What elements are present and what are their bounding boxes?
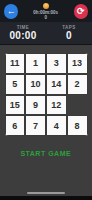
back-button[interactable]: ← [4, 4, 18, 19]
tile-1[interactable]: 1 [25, 53, 46, 74]
tile-8[interactable]: 8 [67, 115, 88, 136]
time-value: 00:00 [9, 30, 36, 41]
best-time: 0h:00m:00s [34, 10, 59, 12]
best-taps: 0 [45, 15, 48, 17]
tile-5[interactable]: 5 [5, 74, 26, 95]
puzzle-board: 111313510142159126748 [5, 53, 88, 136]
medal-icon [43, 3, 49, 9]
tile-7[interactable]: 7 [25, 115, 46, 136]
empty-cell [67, 95, 88, 116]
taps-label: TAPS [62, 26, 75, 28]
restart-icon: ⟳ [77, 7, 85, 16]
back-arrow-icon: ← [7, 7, 16, 16]
time-stat: TIME 00:00 [0, 25, 46, 41]
time-label: TIME [17, 26, 30, 28]
start-row: START GAME [0, 149, 92, 158]
tile-6[interactable]: 6 [5, 115, 26, 136]
tile-4[interactable]: 4 [46, 115, 67, 136]
tile-11[interactable]: 11 [5, 53, 26, 74]
header-bar: ← 0h:00m:00s 0 ⟳ [0, 0, 92, 22]
bottom-bezel [0, 196, 92, 200]
tile-2[interactable]: 2 [67, 74, 88, 95]
stats-bar: TIME 00:00 TAPS 0 [0, 22, 92, 45]
restart-button[interactable]: ⟳ [74, 4, 88, 19]
gesture-navigation-bar[interactable] [27, 192, 65, 194]
app-screen: ← 0h:00m:00s 0 ⟳ TIME 00:00 TAPS 0 11131… [0, 0, 92, 200]
tile-10[interactable]: 10 [25, 74, 46, 95]
tile-15[interactable]: 15 [5, 95, 26, 116]
taps-stat: TAPS 0 [46, 25, 92, 41]
taps-value: 0 [66, 30, 72, 41]
tile-3[interactable]: 3 [46, 53, 67, 74]
tile-12[interactable]: 12 [46, 95, 67, 116]
tile-14[interactable]: 14 [46, 74, 67, 95]
best-record: 0h:00m:00s 0 [18, 3, 73, 20]
start-game-button[interactable]: START GAME [21, 151, 72, 156]
tile-9[interactable]: 9 [25, 95, 46, 116]
tile-13[interactable]: 13 [67, 53, 88, 74]
board-area: 111313510142159126748 [0, 53, 92, 136]
